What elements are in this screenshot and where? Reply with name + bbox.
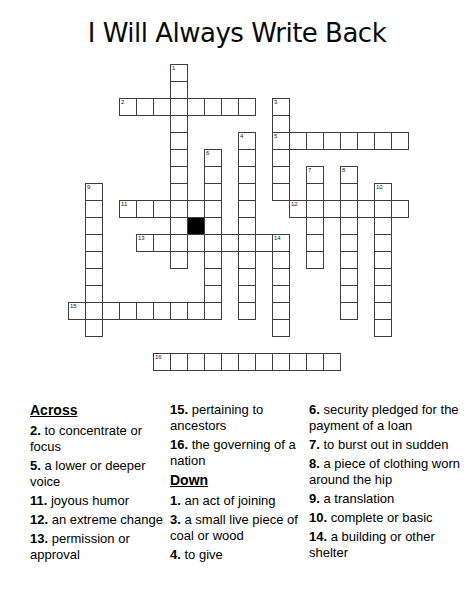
cell-r2-c7[interactable]: [187, 98, 205, 116]
cell-r7-c1[interactable]: 9: [85, 183, 103, 201]
clue-down-7: 7. to burst out in sudden: [309, 437, 463, 453]
cell-r8-c8[interactable]: [204, 200, 222, 218]
cell-r9-c6[interactable]: [170, 217, 188, 235]
clue-down-1: 1. an act of joining: [170, 493, 316, 509]
cell-r2-c10[interactable]: [238, 98, 256, 116]
cell-r12-c1[interactable]: [85, 268, 103, 286]
across-header: Across: [30, 402, 167, 419]
cell-r2-c3[interactable]: 2: [119, 98, 137, 116]
cell-number-7: 7: [308, 167, 311, 174]
cell-r4-c12[interactable]: 5: [272, 132, 290, 150]
cell-number-1: 1: [172, 65, 175, 72]
cell-r5-c8[interactable]: 6: [204, 149, 222, 167]
cell-r11-c6[interactable]: [170, 251, 188, 269]
cell-r11-c12[interactable]: [272, 251, 290, 269]
crossword-worksheet: I Will Always Write Back 123456789101112…: [0, 0, 474, 613]
clue-column-1: Across2. to concentrate or focus5. a low…: [30, 402, 167, 566]
cell-r10-c11[interactable]: [255, 234, 273, 252]
cell-r10-c5[interactable]: [153, 234, 171, 252]
clue-down-8: 8. a piece of clothing worn around the h…: [309, 456, 463, 488]
down-header: Down: [170, 472, 316, 489]
cell-number-4: 4: [240, 133, 243, 140]
cell-r14-c12[interactable]: [272, 302, 290, 320]
clue-across-11: 11. joyous humor: [30, 493, 167, 509]
cell-r15-c1[interactable]: [85, 319, 103, 337]
cell-r17-c13[interactable]: [289, 353, 307, 371]
cell-r12-c12[interactable]: [272, 268, 290, 286]
cell-r8-c14[interactable]: [306, 200, 324, 218]
cell-r4-c16[interactable]: [340, 132, 358, 150]
cell-r9-c18[interactable]: [374, 217, 392, 235]
cell-r4-c14[interactable]: [306, 132, 324, 150]
clue-across-12: 12. an extreme change: [30, 512, 167, 528]
clue-across-13: 13. permission or approval: [30, 531, 167, 563]
cell-number-14: 14: [274, 235, 281, 242]
cell-r14-c7[interactable]: [187, 302, 205, 320]
cell-number-2: 2: [121, 99, 124, 106]
cell-r10-c14[interactable]: [306, 234, 324, 252]
cell-r17-c7[interactable]: [187, 353, 205, 371]
clue-column-3: 6. security pledged for the payment of a…: [309, 402, 463, 564]
cell-r10-c18[interactable]: [374, 234, 392, 252]
cell-r9-c16[interactable]: [340, 217, 358, 235]
cell-number-12: 12: [291, 201, 298, 208]
cell-r2-c4[interactable]: [136, 98, 154, 116]
clue-down-14: 14. a building or other shelter: [309, 529, 463, 561]
cell-r13-c18[interactable]: [374, 285, 392, 303]
cell-r4-c13[interactable]: [289, 132, 307, 150]
cell-r2-c12[interactable]: 3: [272, 98, 290, 116]
cell-r14-c1[interactable]: [85, 302, 103, 320]
clue-across-5: 5. a lower or deeper voice: [30, 458, 167, 490]
cell-r17-c12[interactable]: [272, 353, 290, 371]
cell-r14-c6[interactable]: [170, 302, 188, 320]
cell-r7-c6[interactable]: [170, 183, 188, 201]
cell-r4-c17[interactable]: [357, 132, 375, 150]
cell-r2-c6[interactable]: [170, 98, 188, 116]
cell-r11-c10[interactable]: [238, 251, 256, 269]
clue-across-2: 2. to concentrate or focus: [30, 423, 167, 455]
cell-r10-c8[interactable]: [204, 234, 222, 252]
clue-down-4: 4. to give: [170, 547, 316, 563]
cell-r4-c15[interactable]: [323, 132, 341, 150]
cell-r11-c1[interactable]: [85, 251, 103, 269]
cell-r8-c17[interactable]: [357, 200, 375, 218]
cell-r10-c10[interactable]: [238, 234, 256, 252]
cell-r10-c6[interactable]: [170, 234, 188, 252]
cell-r3-c6[interactable]: [170, 115, 188, 133]
cell-r7-c10[interactable]: [238, 183, 256, 201]
cell-r17-c11[interactable]: [255, 353, 273, 371]
cell-r11-c18[interactable]: [374, 251, 392, 269]
cell-r8-c18[interactable]: [374, 200, 392, 218]
cell-number-3: 3: [274, 99, 277, 106]
cell-r6-c12[interactable]: [272, 166, 290, 184]
cell-r4-c18[interactable]: [374, 132, 392, 150]
clue-across-15: 15. pertaining to ancestors: [170, 402, 316, 434]
cell-r7-c12[interactable]: [272, 183, 290, 201]
cell-number-8: 8: [342, 167, 345, 174]
cell-r17-c6[interactable]: [170, 353, 188, 371]
cell-r10-c9[interactable]: [221, 234, 239, 252]
black-cell: [187, 217, 205, 235]
cell-r13-c16[interactable]: [340, 285, 358, 303]
cell-r11-c8[interactable]: [204, 251, 222, 269]
cell-r6-c6[interactable]: [170, 166, 188, 184]
cell-r10-c1[interactable]: [85, 234, 103, 252]
cell-r14-c5[interactable]: [153, 302, 171, 320]
cell-r9-c1[interactable]: [85, 217, 103, 235]
cell-r17-c5[interactable]: 16: [153, 353, 171, 371]
cell-r8-c13[interactable]: 12: [289, 200, 307, 218]
cell-r12-c10[interactable]: [238, 268, 256, 286]
cell-r14-c2[interactable]: [102, 302, 120, 320]
cell-r6-c16[interactable]: 8: [340, 166, 358, 184]
cell-r17-c15[interactable]: [323, 353, 341, 371]
cell-r17-c8[interactable]: [204, 353, 222, 371]
cell-r2-c9[interactable]: [221, 98, 239, 116]
cell-r10-c12[interactable]: 14: [272, 234, 290, 252]
cell-r14-c10[interactable]: [238, 302, 256, 320]
cell-r13-c10[interactable]: [238, 285, 256, 303]
cell-r14-c8[interactable]: [204, 302, 222, 320]
cell-r13-c1[interactable]: [85, 285, 103, 303]
cell-r2-c8[interactable]: [204, 98, 222, 116]
cell-number-9: 9: [87, 184, 90, 191]
cell-number-15: 15: [70, 303, 77, 310]
cell-number-16: 16: [155, 354, 162, 361]
cell-r14-c4[interactable]: [136, 302, 154, 320]
cell-number-10: 10: [376, 184, 383, 191]
cell-r6-c14[interactable]: 7: [306, 166, 324, 184]
cell-r9-c10[interactable]: [238, 217, 256, 235]
cell-number-6: 6: [206, 150, 209, 157]
cell-r9-c8[interactable]: [204, 217, 222, 235]
cell-number-13: 13: [138, 235, 145, 242]
cell-r7-c14[interactable]: [306, 183, 324, 201]
cell-r8-c5[interactable]: [153, 200, 171, 218]
cell-r1-c6[interactable]: [170, 81, 188, 99]
clue-down-3: 3. a small live piece of coal or wood: [170, 512, 316, 544]
cell-r14-c3[interactable]: [119, 302, 137, 320]
cell-r6-c8[interactable]: [204, 166, 222, 184]
clue-down-9: 9. a translation: [309, 491, 463, 507]
cell-r14-c18[interactable]: [374, 302, 392, 320]
cell-r2-c5[interactable]: [153, 98, 171, 116]
cell-r8-c4[interactable]: [136, 200, 154, 218]
clue-across-16: 16. the governing of a nation: [170, 437, 316, 469]
cell-r10-c16[interactable]: [340, 234, 358, 252]
cell-r8-c6[interactable]: [170, 200, 188, 218]
cell-r8-c3[interactable]: 11: [119, 200, 137, 218]
puzzle-title: I Will Always Write Back: [0, 16, 474, 50]
cell-r7-c8[interactable]: [204, 183, 222, 201]
clue-column-2: 15. pertaining to ancestors16. the gover…: [170, 402, 316, 566]
cell-r7-c18[interactable]: 10: [374, 183, 392, 201]
cell-r13-c12[interactable]: [272, 285, 290, 303]
cell-r14-c16[interactable]: [340, 302, 358, 320]
cell-r17-c9[interactable]: [221, 353, 239, 371]
cell-r8-c15[interactable]: [323, 200, 341, 218]
cell-r4-c6[interactable]: [170, 132, 188, 150]
cell-r12-c16[interactable]: [340, 268, 358, 286]
clue-down-10: 10. complete or basic: [309, 510, 463, 526]
cell-r10-c4[interactable]: 13: [136, 234, 154, 252]
crossword-grid: 12345678910111213141516: [68, 64, 409, 371]
cell-r14-c0[interactable]: 15: [68, 302, 86, 320]
cell-r8-c19[interactable]: [391, 200, 409, 218]
cell-r9-c14[interactable]: [306, 217, 324, 235]
cell-r17-c14[interactable]: [306, 353, 324, 371]
cell-r7-c16[interactable]: [340, 183, 358, 201]
cell-r4-c19[interactable]: [391, 132, 409, 150]
cell-r8-c10[interactable]: [238, 200, 256, 218]
cell-r12-c18[interactable]: [374, 268, 392, 286]
cell-r11-c16[interactable]: [340, 251, 358, 269]
cell-number-11: 11: [121, 201, 127, 208]
cell-number-5: 5: [274, 133, 277, 140]
cell-r3-c12[interactable]: [272, 115, 290, 133]
cell-r15-c12[interactable]: [272, 319, 290, 337]
cell-r8-c1[interactable]: [85, 200, 103, 218]
cell-r6-c10[interactable]: [238, 166, 256, 184]
cell-r5-c12[interactable]: [272, 149, 290, 167]
cell-r11-c14[interactable]: [306, 251, 324, 269]
cell-r5-c10[interactable]: [238, 149, 256, 167]
clue-down-6: 6. security pledged for the payment of a…: [309, 402, 463, 434]
cell-r0-c6[interactable]: 1: [170, 64, 188, 82]
cell-r10-c7[interactable]: [187, 234, 205, 252]
cell-r4-c10[interactable]: 4: [238, 132, 256, 150]
cell-r13-c8[interactable]: [204, 285, 222, 303]
cell-r8-c16[interactable]: [340, 200, 358, 218]
cell-r17-c10[interactable]: [238, 353, 256, 371]
cell-r15-c18[interactable]: [374, 319, 392, 337]
cell-r8-c7[interactable]: [187, 200, 205, 218]
cell-r12-c8[interactable]: [204, 268, 222, 286]
cell-r5-c6[interactable]: [170, 149, 188, 167]
